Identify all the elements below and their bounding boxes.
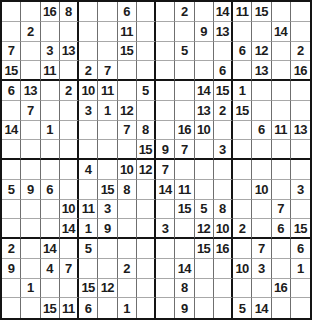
grid-cell-empty[interactable]	[252, 160, 271, 180]
grid-cell-empty[interactable]	[98, 259, 117, 279]
grid-cell-given: 14	[272, 22, 291, 42]
grid-cell-empty[interactable]	[60, 160, 79, 180]
grid-cell-empty[interactable]	[252, 81, 271, 101]
grid-cell-given: 16	[41, 2, 60, 22]
grid-cell-given: 15	[79, 279, 98, 299]
grid-cell-given: 14	[156, 180, 175, 200]
grid-cell-empty[interactable]	[175, 61, 194, 81]
grid-cell-given: 14	[2, 121, 21, 141]
grid-cell-given: 9	[21, 180, 40, 200]
grid-cell-given: 15	[118, 42, 137, 62]
grid-cell-empty[interactable]	[79, 2, 98, 22]
grid-cell-empty[interactable]	[291, 81, 310, 101]
grid-cell-empty[interactable]	[175, 22, 194, 42]
grid-cell-given: 12	[137, 160, 156, 180]
grid-cell-given: 15	[2, 61, 21, 81]
grid-cell-given: 7	[156, 160, 175, 180]
grid-cell-empty[interactable]	[137, 298, 156, 318]
grid-cell-given: 10	[60, 200, 79, 220]
grid-cell-empty[interactable]	[2, 140, 21, 160]
grid-cell-empty[interactable]	[291, 140, 310, 160]
grid-cell-empty[interactable]	[60, 140, 79, 160]
grid-cell-given: 13	[291, 121, 310, 141]
grid-cell-given: 7	[272, 200, 291, 220]
grid-cell-empty[interactable]	[233, 140, 252, 160]
grid-cell-given: 6	[79, 298, 98, 318]
grid-cell-empty[interactable]	[195, 279, 214, 299]
grid-cell-empty[interactable]	[98, 22, 117, 42]
grid-cell-empty[interactable]	[156, 279, 175, 299]
grid-cell-empty[interactable]	[98, 2, 117, 22]
grid-cell-empty[interactable]	[291, 279, 310, 299]
grid-cell-given: 7	[98, 61, 117, 81]
grid-cell-given: 7	[21, 101, 40, 121]
grid-cell-empty[interactable]	[272, 61, 291, 81]
grid-cell-empty[interactable]	[291, 298, 310, 318]
grid-cell-empty[interactable]	[21, 298, 40, 318]
grid-cell-empty[interactable]	[233, 160, 252, 180]
grid-cell-given: 14	[214, 2, 233, 22]
grid-cell-given: 11	[98, 81, 117, 101]
grid-cell-given: 14	[41, 239, 60, 259]
grid-cell-empty[interactable]	[41, 22, 60, 42]
grid-cell-empty[interactable]	[233, 61, 252, 81]
grid-cell-empty[interactable]	[79, 42, 98, 62]
grid-cell-given: 6	[272, 219, 291, 239]
grid-cell-given: 14	[195, 81, 214, 101]
grid-cell-given: 16	[291, 61, 310, 81]
grid-cell-given: 1	[21, 279, 40, 299]
grid-cell-given: 5	[79, 239, 98, 259]
grid-cell-given: 12	[252, 42, 271, 62]
grid-cell-empty[interactable]	[214, 42, 233, 62]
grid-cell-empty[interactable]	[137, 219, 156, 239]
grid-cell-empty[interactable]	[21, 2, 40, 22]
grid-cell-empty[interactable]	[195, 298, 214, 318]
grid-cell-given: 1	[291, 259, 310, 279]
grid-cell-empty[interactable]	[233, 200, 252, 220]
grid-cell-empty[interactable]	[41, 140, 60, 160]
grid-cell-given: 10	[214, 219, 233, 239]
grid-cell-given: 3	[79, 101, 98, 121]
grid-cell-given: 11	[60, 298, 79, 318]
grid-cell-empty[interactable]	[291, 160, 310, 180]
grid-cell-given: 5	[2, 180, 21, 200]
grid-cell-given: 8	[137, 121, 156, 141]
grid-cell-given: 11	[175, 180, 194, 200]
grid-cell-empty[interactable]	[175, 81, 194, 101]
grid-cell-given: 2	[291, 42, 310, 62]
grid-cell-given: 13	[21, 81, 40, 101]
grid-cell-empty[interactable]	[272, 259, 291, 279]
grid-cell-empty[interactable]	[252, 279, 271, 299]
grid-cell-given: 3	[252, 259, 271, 279]
grid-cell-given: 5	[233, 298, 252, 318]
grid-cell-empty[interactable]	[156, 121, 175, 141]
grid-cell-given: 5	[195, 200, 214, 220]
grid-cell-given: 2	[233, 219, 252, 239]
grid-cell-empty[interactable]	[41, 81, 60, 101]
grid-cell-given: 6	[214, 61, 233, 81]
grid-cell-given: 2	[175, 2, 194, 22]
grid-cell-given: 15	[175, 200, 194, 220]
grid-cell-empty[interactable]	[118, 219, 137, 239]
grid-cell-given: 2	[118, 259, 137, 279]
grid-cell-empty[interactable]	[60, 101, 79, 121]
grid-cell-given: 7	[118, 121, 137, 141]
grid-cell-empty[interactable]	[21, 219, 40, 239]
grid-cell-given: 4	[79, 160, 98, 180]
grid-cell-empty[interactable]	[21, 160, 40, 180]
grid-cell-given: 16	[175, 121, 194, 141]
grid-cell-empty[interactable]	[156, 61, 175, 81]
grid-cell-empty[interactable]	[2, 200, 21, 220]
grid-cell-empty[interactable]	[118, 61, 137, 81]
grid-cell-empty[interactable]	[98, 239, 117, 259]
grid-cell-given: 1	[118, 298, 137, 318]
grid-cell-given: 7	[60, 259, 79, 279]
grid-cell-given: 15	[98, 180, 117, 200]
grid-cell-given: 14	[60, 219, 79, 239]
grid-cell-empty[interactable]	[214, 279, 233, 299]
grid-cell-empty[interactable]	[60, 180, 79, 200]
grid-cell-given: 11	[79, 200, 98, 220]
grid-cell-given: 2	[60, 81, 79, 101]
grid-cell-empty[interactable]	[2, 2, 21, 22]
grid-cell-given: 9	[98, 219, 117, 239]
grid-cell-empty[interactable]	[2, 101, 21, 121]
grid-cell-empty[interactable]	[118, 239, 137, 259]
grid-cell-empty[interactable]	[79, 140, 98, 160]
grid-cell-empty[interactable]	[195, 259, 214, 279]
grid-cell-empty[interactable]	[21, 259, 40, 279]
grid-cell-empty[interactable]	[137, 61, 156, 81]
grid-cell-given: 6	[291, 239, 310, 259]
grid-cell-empty[interactable]	[291, 101, 310, 121]
grid-cell-empty[interactable]	[98, 298, 117, 318]
grid-cell-empty[interactable]	[21, 61, 40, 81]
grid-cell-empty[interactable]	[118, 200, 137, 220]
grid-cell-empty[interactable]	[291, 200, 310, 220]
grid-cell-empty[interactable]	[252, 22, 271, 42]
grid-cell-empty[interactable]	[156, 22, 175, 42]
grid-cell-empty[interactable]	[195, 160, 214, 180]
grid-cell-given: 12	[195, 219, 214, 239]
grid-cell-empty[interactable]	[60, 239, 79, 259]
grid-cell-empty[interactable]	[252, 200, 271, 220]
sudoku-board: 1686214111521191314731315561221511276131…	[0, 0, 312, 320]
grid-cell-empty[interactable]	[60, 22, 79, 42]
grid-cell-given: 6	[41, 180, 60, 200]
grid-cell-empty[interactable]	[156, 42, 175, 62]
grid-cell-given: 4	[41, 259, 60, 279]
grid-cell-empty[interactable]	[233, 180, 252, 200]
grid-cell-given: 12	[98, 279, 117, 299]
grid-cell-empty[interactable]	[21, 42, 40, 62]
grid-cell-given: 10	[233, 259, 252, 279]
grid-cell-empty[interactable]	[272, 101, 291, 121]
grid-cell-empty[interactable]	[252, 140, 271, 160]
grid-cell-given: 11	[272, 121, 291, 141]
grid-cell-empty[interactable]	[21, 140, 40, 160]
grid-cell-empty[interactable]	[233, 121, 252, 141]
grid-cell-empty[interactable]	[272, 298, 291, 318]
grid-cell-given: 1	[41, 121, 60, 141]
grid-cell-empty[interactable]	[291, 2, 310, 22]
grid-cell-empty[interactable]	[252, 219, 271, 239]
grid-cell-given: 7	[252, 239, 271, 259]
grid-cell-empty[interactable]	[118, 140, 137, 160]
grid-cell-empty[interactable]	[214, 121, 233, 141]
grid-cell-given: 6	[118, 2, 137, 22]
grid-cell-given: 11	[233, 2, 252, 22]
grid-cell-empty[interactable]	[79, 22, 98, 42]
grid-cell-given: 5	[175, 42, 194, 62]
grid-cell-empty[interactable]	[21, 200, 40, 220]
grid-cell-empty[interactable]	[272, 239, 291, 259]
grid-cell-empty[interactable]	[41, 200, 60, 220]
grid-cell-given: 11	[118, 22, 137, 42]
grid-cell-given: 10	[118, 160, 137, 180]
grid-cell-empty[interactable]	[60, 61, 79, 81]
grid-cell-empty[interactable]	[79, 121, 98, 141]
grid-cell-empty[interactable]	[156, 200, 175, 220]
grid-cell-given: 5	[137, 81, 156, 101]
grid-cell-empty[interactable]	[272, 42, 291, 62]
grid-cell-empty[interactable]	[233, 22, 252, 42]
grid-cell-empty[interactable]	[41, 101, 60, 121]
grid-cell-given: 15	[214, 81, 233, 101]
grid-cell-empty[interactable]	[214, 259, 233, 279]
grid-cell-empty[interactable]	[98, 121, 117, 141]
grid-cell-empty[interactable]	[137, 42, 156, 62]
grid-cell-empty[interactable]	[137, 180, 156, 200]
grid-cell-empty[interactable]	[79, 259, 98, 279]
grid-cell-empty[interactable]	[214, 298, 233, 318]
grid-cell-empty[interactable]	[60, 279, 79, 299]
grid-cell-given: 8	[60, 2, 79, 22]
grid-cell-empty[interactable]	[214, 160, 233, 180]
grid-cell-empty[interactable]	[156, 81, 175, 101]
grid-cell-empty[interactable]	[195, 140, 214, 160]
grid-cell-empty[interactable]	[195, 61, 214, 81]
grid-cell-empty[interactable]	[272, 2, 291, 22]
grid-cell-given: 1	[233, 81, 252, 101]
grid-cell-empty[interactable]	[2, 22, 21, 42]
grid-cell-empty[interactable]	[2, 160, 21, 180]
grid-cell-empty[interactable]	[21, 121, 40, 141]
grid-cell-given: 15	[291, 219, 310, 239]
grid-cell-empty[interactable]	[195, 180, 214, 200]
grid-cell-given: 10	[195, 121, 214, 141]
grid-cell-given: 15	[195, 239, 214, 259]
grid-cell-given: 3	[291, 180, 310, 200]
grid-cell-empty[interactable]	[175, 160, 194, 180]
grid-cell-empty[interactable]	[41, 160, 60, 180]
grid-cell-given: 2	[21, 22, 40, 42]
grid-cell-empty[interactable]	[156, 2, 175, 22]
grid-cell-given: 15	[137, 140, 156, 160]
grid-cell-given: 3	[156, 219, 175, 239]
grid-cell-given: 3	[41, 42, 60, 62]
grid-cell-empty[interactable]	[21, 239, 40, 259]
grid-cell-given: 8	[118, 180, 137, 200]
grid-cell-empty[interactable]	[291, 22, 310, 42]
grid-cell-empty[interactable]	[2, 298, 21, 318]
grid-cell-given: 3	[98, 200, 117, 220]
grid-cell-given: 13	[195, 101, 214, 121]
grid-cell-given: 2	[79, 61, 98, 81]
grid-cell-given: 1	[79, 219, 98, 239]
grid-cell-given: 6	[252, 121, 271, 141]
grid-cell-given: 1	[98, 101, 117, 121]
grid-cell-given: 3	[214, 140, 233, 160]
grid-cell-empty[interactable]	[233, 239, 252, 259]
grid-cell-given: 13	[60, 42, 79, 62]
grid-cell-given: 9	[175, 298, 194, 318]
grid-cell-given: 9	[2, 259, 21, 279]
grid-cell-empty[interactable]	[137, 2, 156, 22]
grid-cell-given: 15	[41, 298, 60, 318]
grid-cell-empty[interactable]	[252, 101, 271, 121]
grid-cell-empty[interactable]	[272, 180, 291, 200]
grid-cell-empty[interactable]	[41, 219, 60, 239]
grid-cell-empty[interactable]	[233, 279, 252, 299]
grid-cell-empty[interactable]	[118, 279, 137, 299]
grid-cell-empty[interactable]	[137, 200, 156, 220]
grid-cell-empty[interactable]	[272, 81, 291, 101]
grid-cell-given: 10	[79, 81, 98, 101]
grid-cell-given: 2	[2, 239, 21, 259]
grid-cell-given: 15	[233, 101, 252, 121]
grid-cell-empty[interactable]	[175, 239, 194, 259]
grid-cell-empty[interactable]	[156, 239, 175, 259]
grid-cell-empty[interactable]	[60, 121, 79, 141]
grid-cell-given: 11	[41, 61, 60, 81]
grid-cell-empty[interactable]	[195, 42, 214, 62]
grid-cell-empty[interactable]	[156, 259, 175, 279]
grid-cell-empty[interactable]	[137, 22, 156, 42]
grid-cell-empty[interactable]	[137, 259, 156, 279]
grid-cell-empty[interactable]	[156, 298, 175, 318]
grid-cell-given: 13	[214, 22, 233, 42]
grid-cell-given: 16	[214, 239, 233, 259]
grid-cell-given: 9	[156, 140, 175, 160]
grid-cell-given: 14	[175, 259, 194, 279]
grid-cell-given: 8	[214, 200, 233, 220]
grid-cell-given: 13	[252, 61, 271, 81]
grid-cell-empty[interactable]	[98, 42, 117, 62]
grid-cell-given: 6	[233, 42, 252, 62]
grid-cell-empty[interactable]	[137, 101, 156, 121]
grid-cell-empty[interactable]	[98, 160, 117, 180]
grid-cell-given: 16	[272, 279, 291, 299]
grid-cell-given: 9	[195, 22, 214, 42]
grid-cell-empty[interactable]	[195, 2, 214, 22]
grid-cell-given: 6	[2, 81, 21, 101]
grid-cell-given: 15	[252, 2, 271, 22]
grid-cell-given: 8	[175, 279, 194, 299]
grid-cell-empty[interactable]	[41, 279, 60, 299]
grid-cell-empty[interactable]	[2, 219, 21, 239]
grid-cell-given: 2	[214, 101, 233, 121]
grid-cell-given: 7	[175, 140, 194, 160]
grid-cell-empty[interactable]	[2, 279, 21, 299]
grid-cell-empty[interactable]	[214, 180, 233, 200]
grid-cell-given: 12	[118, 101, 137, 121]
grid-cell-given: 10	[252, 180, 271, 200]
grid-cell-empty[interactable]	[118, 81, 137, 101]
grid-cell-given: 7	[2, 42, 21, 62]
grid-cell-empty[interactable]	[272, 140, 291, 160]
grid-cell-empty[interactable]	[272, 160, 291, 180]
grid-cell-given: 14	[252, 298, 271, 318]
grid-cell-empty[interactable]	[137, 239, 156, 259]
grid-cell-empty[interactable]	[137, 279, 156, 299]
grid-cell-empty[interactable]	[156, 101, 175, 121]
grid-cell-empty[interactable]	[98, 140, 117, 160]
grid-cell-empty[interactable]	[175, 219, 194, 239]
grid-cell-empty[interactable]	[175, 101, 194, 121]
grid-cell-empty[interactable]	[79, 180, 98, 200]
